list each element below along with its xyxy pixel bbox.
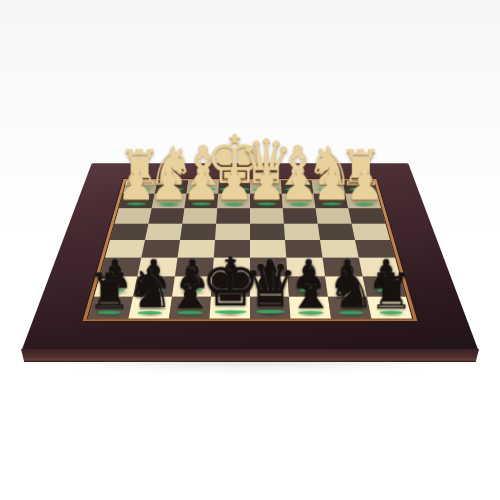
black-knight-b8[interactable]: ♞ bbox=[327, 265, 374, 315]
chess-board: ♜♞♝♚♛♝♞♜♟♟♟♟♟♟♟♟♟♟♟♟♟♟♟♟♜♞♝♚♛♝♞♜ bbox=[21, 163, 478, 351]
square-c8[interactable]: ♝ bbox=[289, 297, 331, 319]
square-b2[interactable]: ♟ bbox=[314, 194, 349, 208]
square-a4[interactable] bbox=[352, 224, 390, 240]
square-d2[interactable]: ♟ bbox=[250, 194, 283, 208]
square-e3[interactable] bbox=[216, 208, 250, 223]
square-g4[interactable] bbox=[145, 224, 182, 240]
white-pawn-a2[interactable]: ♟ bbox=[345, 165, 383, 206]
square-g8[interactable]: ♞ bbox=[128, 297, 172, 319]
square-g3[interactable] bbox=[148, 208, 184, 223]
board-inlay-border: ♜♞♝♚♛♝♞♜♟♟♟♟♟♟♟♟♟♟♟♟♟♟♟♟♜♞♝♚♛♝♞♜ bbox=[83, 179, 418, 321]
square-h8[interactable]: ♜ bbox=[88, 297, 133, 319]
square-h4[interactable] bbox=[110, 224, 148, 240]
square-e2[interactable]: ♟ bbox=[217, 194, 250, 208]
square-f3[interactable] bbox=[182, 208, 217, 223]
square-f8[interactable]: ♝ bbox=[169, 297, 211, 319]
square-c4[interactable] bbox=[284, 224, 320, 240]
square-b8[interactable]: ♞ bbox=[328, 297, 372, 319]
black-rook-h8[interactable]: ♜ bbox=[87, 268, 131, 315]
square-a3[interactable] bbox=[348, 208, 385, 223]
chess-set-photo: ♜♞♝♚♛♝♞♜♟♟♟♟♟♟♟♟♟♟♟♟♟♟♟♟♜♞♝♚♛♝♞♜ bbox=[0, 0, 500, 500]
square-c2[interactable]: ♟ bbox=[282, 194, 316, 208]
square-g2[interactable]: ♟ bbox=[152, 194, 187, 208]
square-h3[interactable] bbox=[115, 208, 152, 223]
square-f2[interactable]: ♟ bbox=[184, 194, 218, 208]
board-side-edge bbox=[21, 349, 479, 362]
black-rook-a8[interactable]: ♜ bbox=[369, 268, 413, 315]
square-d3[interactable] bbox=[250, 208, 284, 223]
square-c3[interactable] bbox=[283, 208, 318, 223]
black-knight-g8[interactable]: ♞ bbox=[126, 265, 173, 315]
square-a2[interactable]: ♟ bbox=[345, 194, 381, 208]
square-d4[interactable] bbox=[250, 224, 285, 240]
square-e4[interactable] bbox=[215, 224, 250, 240]
playing-field: ♜♞♝♚♛♝♞♜♟♟♟♟♟♟♟♟♟♟♟♟♟♟♟♟♜♞♝♚♛♝♞♜ bbox=[88, 180, 412, 318]
square-d8[interactable]: ♛ bbox=[250, 297, 291, 319]
square-b4[interactable] bbox=[318, 224, 355, 240]
square-f4[interactable] bbox=[180, 224, 216, 240]
square-b3[interactable] bbox=[316, 208, 352, 223]
square-a8[interactable]: ♜ bbox=[367, 297, 412, 319]
